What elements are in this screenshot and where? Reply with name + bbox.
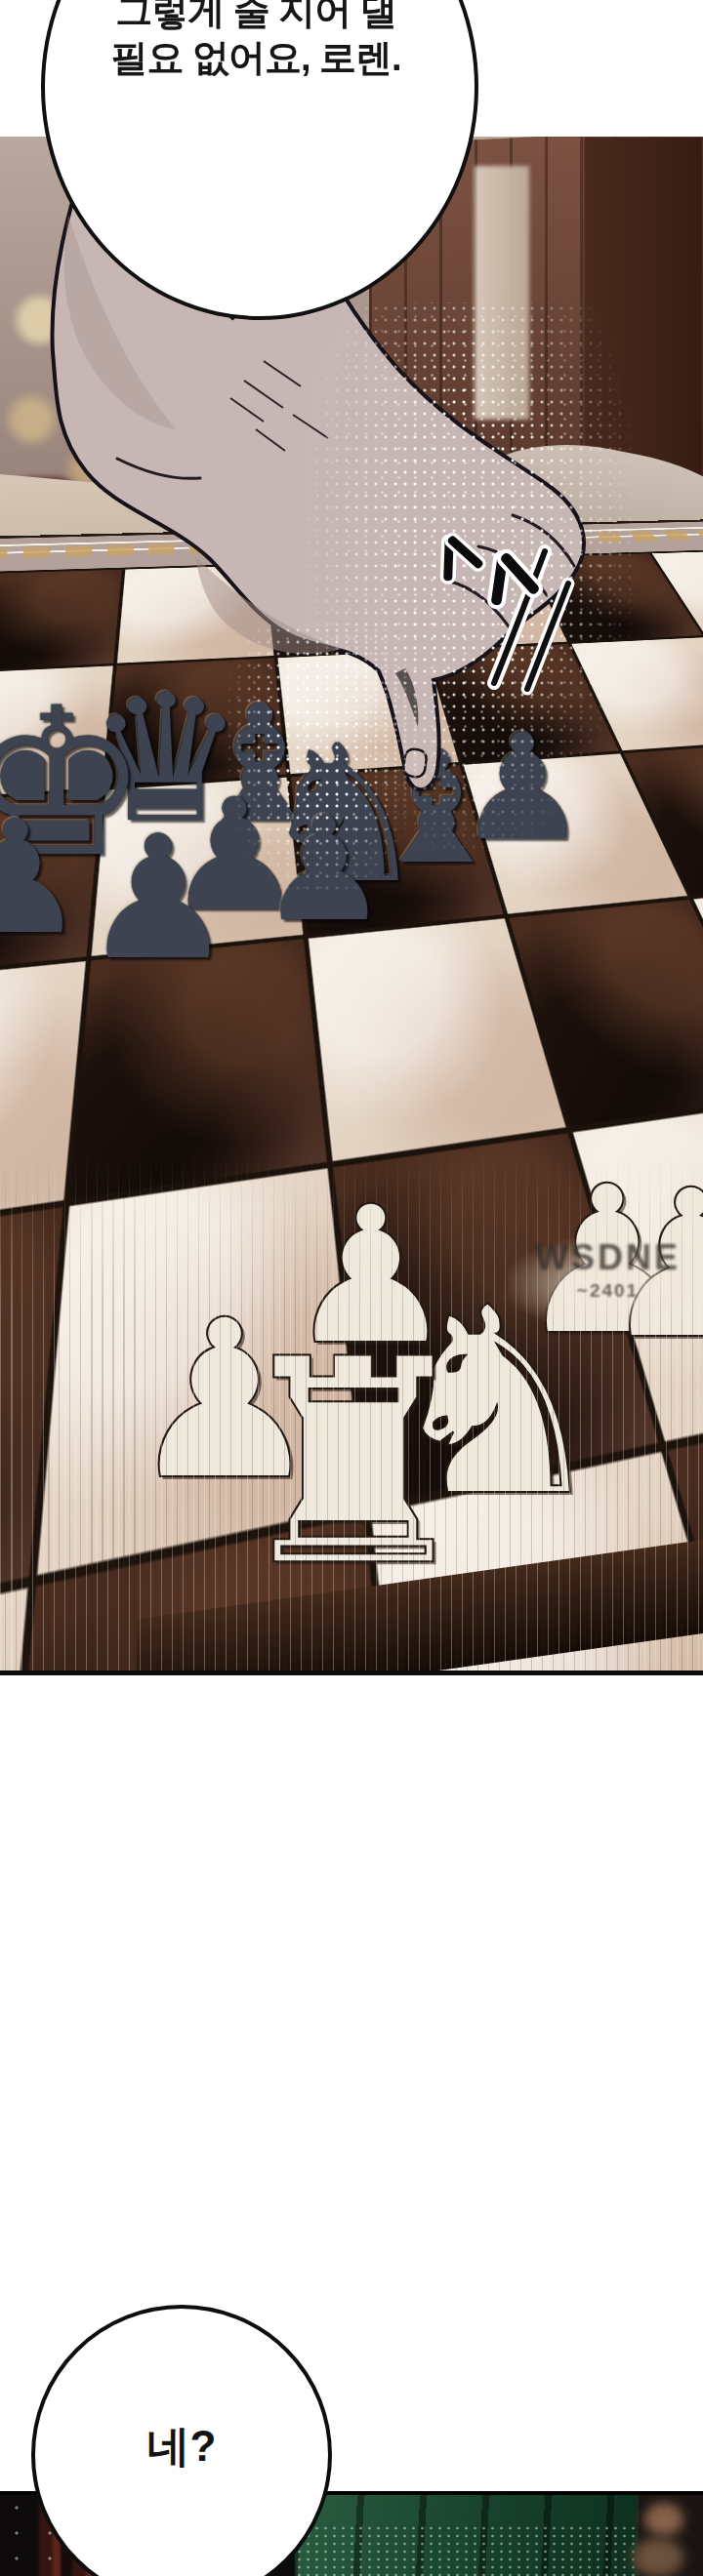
speech-bubble-bottom: 네? — [31, 2305, 332, 2576]
watermark-line1: WSDNE — [508, 1237, 703, 1278]
sfx-glyph — [476, 547, 543, 614]
webtoon-page: WSDNE ~2401 — [0, 0, 703, 2576]
watermark-line2: ~2401 — [508, 1280, 703, 1302]
speech-text-bottom: 네? — [35, 2418, 328, 2475]
blurred-figure — [633, 2538, 683, 2576]
speech-line2: 필요 없어요, 로렌. — [41, 35, 471, 82]
chess-scene-panel: WSDNE ~2401 — [0, 137, 703, 1675]
speech-text-top: 그렇게 줄 지어 댈 필요 없어요, 로렌. — [41, 0, 471, 81]
curtain-sparkles — [295, 2524, 639, 2576]
site-watermark: WSDNE ~2401 — [508, 1237, 703, 1330]
speedline-overlay — [0, 1151, 703, 1673]
speech-line1: 그렇게 줄 지어 댈 — [41, 0, 471, 35]
blurred-figure — [644, 2503, 683, 2536]
